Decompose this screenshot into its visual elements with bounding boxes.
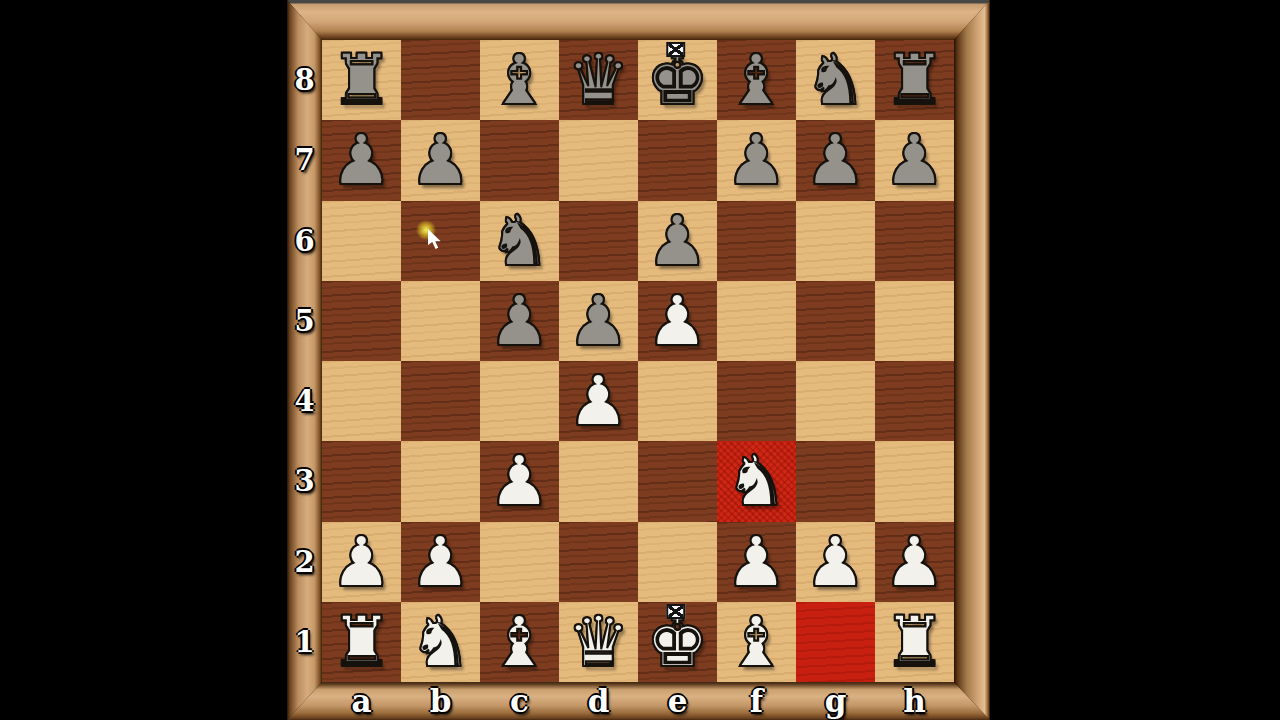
piece-white-queen[interactable]: ♛ xyxy=(559,602,638,682)
piece-black-queen[interactable]: ♛ xyxy=(559,40,638,120)
square-d2[interactable] xyxy=(559,522,638,602)
square-b3[interactable] xyxy=(401,441,480,521)
square-c7[interactable] xyxy=(480,120,559,200)
file-label-a: a xyxy=(322,682,401,720)
square-e3[interactable] xyxy=(638,441,717,521)
square-d8[interactable]: ♛ xyxy=(559,40,638,120)
square-b7[interactable]: ♟ xyxy=(401,120,480,200)
board-frame-right xyxy=(954,0,990,720)
square-h7[interactable]: ♟ xyxy=(875,120,954,200)
file-labels: abcdefgh xyxy=(322,682,954,720)
square-c1[interactable]: ♝ xyxy=(480,602,559,682)
piece-white-bishop[interactable]: ♝ xyxy=(717,602,796,682)
square-c5[interactable]: ♟ xyxy=(480,281,559,361)
rank-label-7: 7 xyxy=(287,120,322,200)
square-f7[interactable]: ♟ xyxy=(717,120,796,200)
file-label-b: b xyxy=(401,682,480,720)
piece-white-pawn[interactable]: ♟ xyxy=(638,281,717,361)
piece-white-rook[interactable]: ♜ xyxy=(875,602,954,682)
board-frame-top xyxy=(287,0,990,40)
file-label-f: f xyxy=(717,682,796,720)
square-b8[interactable] xyxy=(401,40,480,120)
square-e7[interactable] xyxy=(638,120,717,200)
file-label-c: c xyxy=(480,682,559,720)
square-a6[interactable] xyxy=(322,201,401,281)
square-f5[interactable] xyxy=(717,281,796,361)
piece-white-knight[interactable]: ♞ xyxy=(401,602,480,682)
square-h2[interactable]: ♟ xyxy=(875,522,954,602)
king-marker-icon xyxy=(666,604,685,619)
piece-white-pawn[interactable]: ♟ xyxy=(322,522,401,602)
piece-white-pawn[interactable]: ♟ xyxy=(480,441,559,521)
square-g2[interactable]: ♟ xyxy=(796,522,875,602)
square-g6[interactable] xyxy=(796,201,875,281)
piece-black-knight[interactable]: ♞ xyxy=(796,40,875,120)
square-g8[interactable]: ♞ xyxy=(796,40,875,120)
square-c8[interactable]: ♝ xyxy=(480,40,559,120)
square-h8[interactable]: ♜ xyxy=(875,40,954,120)
square-b2[interactable]: ♟ xyxy=(401,522,480,602)
square-d4[interactable]: ♟ xyxy=(559,361,638,441)
square-h6[interactable] xyxy=(875,201,954,281)
king-marker-icon xyxy=(666,42,685,57)
square-a4[interactable] xyxy=(322,361,401,441)
piece-black-pawn[interactable]: ♟ xyxy=(401,120,480,200)
board-grid: ♜♝♛♚♝♞♜♟♟♟♟♟♞♟♟♟♟♟♟♞♟♟♟♟♟♜♞♝♛♚♝♜ xyxy=(322,40,954,682)
square-a8[interactable]: ♜ xyxy=(322,40,401,120)
square-h5[interactable] xyxy=(875,281,954,361)
square-h4[interactable] xyxy=(875,361,954,441)
square-e8[interactable]: ♚ xyxy=(638,40,717,120)
rank-label-8: 8 xyxy=(287,40,322,120)
square-e5[interactable]: ♟ xyxy=(638,281,717,361)
square-a7[interactable]: ♟ xyxy=(322,120,401,200)
piece-black-bishop[interactable]: ♝ xyxy=(717,40,796,120)
square-e4[interactable] xyxy=(638,361,717,441)
rank-label-6: 6 xyxy=(287,201,322,281)
square-f4[interactable] xyxy=(717,361,796,441)
piece-black-pawn[interactable]: ♟ xyxy=(559,281,638,361)
square-h3[interactable] xyxy=(875,441,954,521)
letterbox-right xyxy=(990,0,1280,720)
square-d5[interactable]: ♟ xyxy=(559,281,638,361)
square-g7[interactable]: ♟ xyxy=(796,120,875,200)
piece-black-pawn[interactable]: ♟ xyxy=(480,281,559,361)
piece-black-pawn[interactable]: ♟ xyxy=(796,120,875,200)
piece-black-bishop[interactable]: ♝ xyxy=(480,40,559,120)
square-b6[interactable] xyxy=(401,201,480,281)
piece-black-rook[interactable]: ♜ xyxy=(875,40,954,120)
piece-black-rook[interactable]: ♜ xyxy=(322,40,401,120)
chess-board: 87654321 abcdefgh ♜♝♛♚♝♞♜♟♟♟♟♟♞♟♟♟♟♟♟♞♟♟… xyxy=(287,0,990,720)
square-a5[interactable] xyxy=(322,281,401,361)
letterbox-left xyxy=(0,0,287,720)
square-f6[interactable] xyxy=(717,201,796,281)
piece-black-pawn[interactable]: ♟ xyxy=(322,120,401,200)
square-d6[interactable] xyxy=(559,201,638,281)
square-e1[interactable]: ♚ xyxy=(638,602,717,682)
square-d1[interactable]: ♛ xyxy=(559,602,638,682)
rank-label-5: 5 xyxy=(287,281,322,361)
square-a3[interactable] xyxy=(322,441,401,521)
square-g1[interactable] xyxy=(796,602,875,682)
square-g4[interactable] xyxy=(796,361,875,441)
square-c6[interactable]: ♞ xyxy=(480,201,559,281)
rank-label-2: 2 xyxy=(287,522,322,602)
square-b1[interactable]: ♞ xyxy=(401,602,480,682)
square-c4[interactable] xyxy=(480,361,559,441)
piece-white-bishop[interactable]: ♝ xyxy=(480,602,559,682)
piece-white-rook[interactable]: ♜ xyxy=(322,602,401,682)
square-a2[interactable]: ♟ xyxy=(322,522,401,602)
square-a1[interactable]: ♜ xyxy=(322,602,401,682)
square-d7[interactable] xyxy=(559,120,638,200)
file-label-g: g xyxy=(796,682,875,720)
piece-white-pawn[interactable]: ♟ xyxy=(401,522,480,602)
piece-white-pawn[interactable]: ♟ xyxy=(559,361,638,441)
piece-white-pawn[interactable]: ♟ xyxy=(796,522,875,602)
square-b4[interactable] xyxy=(401,361,480,441)
app-window: 87654321 abcdefgh ♜♝♛♚♝♞♜♟♟♟♟♟♞♟♟♟♟♟♟♞♟♟… xyxy=(0,0,1280,720)
rank-labels: 87654321 xyxy=(287,40,322,682)
square-d3[interactable] xyxy=(559,441,638,521)
piece-black-pawn[interactable]: ♟ xyxy=(875,120,954,200)
square-h1[interactable]: ♜ xyxy=(875,602,954,682)
piece-white-pawn[interactable]: ♟ xyxy=(875,522,954,602)
square-g3[interactable] xyxy=(796,441,875,521)
piece-white-pawn[interactable]: ♟ xyxy=(717,522,796,602)
square-f1[interactable]: ♝ xyxy=(717,602,796,682)
file-label-e: e xyxy=(638,682,717,720)
rank-label-4: 4 xyxy=(287,361,322,441)
square-f2[interactable]: ♟ xyxy=(717,522,796,602)
square-f8[interactable]: ♝ xyxy=(717,40,796,120)
piece-black-pawn[interactable]: ♟ xyxy=(638,201,717,281)
rank-label-1: 1 xyxy=(287,602,322,682)
square-c2[interactable] xyxy=(480,522,559,602)
rank-label-3: 3 xyxy=(287,441,322,521)
piece-black-pawn[interactable]: ♟ xyxy=(717,120,796,200)
square-e2[interactable] xyxy=(638,522,717,602)
square-f3[interactable]: ♞ xyxy=(717,441,796,521)
square-g5[interactable] xyxy=(796,281,875,361)
file-label-h: h xyxy=(875,682,954,720)
file-label-d: d xyxy=(559,682,638,720)
piece-black-knight[interactable]: ♞ xyxy=(480,201,559,281)
square-c3[interactable]: ♟ xyxy=(480,441,559,521)
square-b5[interactable] xyxy=(401,281,480,361)
piece-white-knight[interactable]: ♞ xyxy=(717,441,796,521)
square-e6[interactable]: ♟ xyxy=(638,201,717,281)
